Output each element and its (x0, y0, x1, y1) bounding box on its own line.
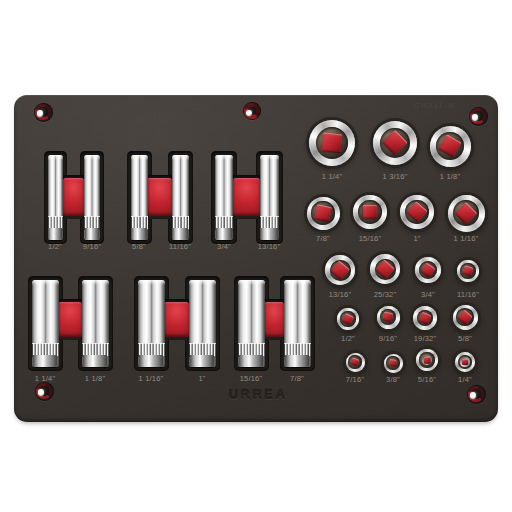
size-label: 15/16" (359, 235, 382, 243)
socket-top-view (307, 197, 340, 230)
socket-drive-end (139, 355, 163, 367)
size-label: 11/16" (457, 291, 479, 299)
red-connector (147, 178, 172, 216)
mounting-hole (34, 103, 53, 122)
product-photo: CH211-M URREA 1/2"9/16"5/8"11/16"3/4"13/… (0, 0, 512, 512)
size-label: 15/16" (240, 375, 263, 383)
size-label: 13/16" (329, 291, 352, 299)
size-label: 25/32" (374, 291, 397, 299)
size-label: 13/16" (258, 243, 281, 251)
size-label: 7/16" (346, 376, 364, 384)
deep-socket (32, 280, 59, 367)
socket-top-view (455, 352, 475, 372)
size-label: 1" (198, 375, 205, 383)
size-label: 1/2" (341, 335, 355, 343)
size-label: 1/4" (458, 376, 472, 384)
drive-square-red (363, 205, 377, 219)
socket-top-view (309, 120, 355, 166)
socket-top-view (384, 354, 403, 373)
red-connector (63, 178, 84, 216)
socket-top-view (413, 306, 437, 330)
socket-drive-end (190, 355, 214, 367)
deep-socket (82, 280, 109, 367)
red-connector (264, 302, 284, 337)
deep-socket (84, 155, 100, 240)
size-label: 11/16" (169, 243, 191, 251)
tray: CH211-M URREA 1/2"9/16"5/8"11/16"3/4"13/… (14, 95, 498, 422)
socket-top-view (448, 195, 485, 232)
size-label: 3/8" (386, 376, 400, 384)
deep-socket (260, 155, 279, 240)
socket-drive-end (131, 228, 146, 240)
socket-top-view (416, 349, 438, 371)
drive-square-red (314, 204, 332, 222)
socket-drive-end (85, 228, 99, 240)
size-label: 7/8" (290, 375, 304, 383)
size-label: 5/8" (458, 335, 472, 343)
deep-socket (172, 155, 189, 240)
socket-top-view (373, 121, 417, 165)
deep-socket (238, 280, 265, 367)
deep-socket (189, 280, 216, 367)
brand-embossed-label: URREA (229, 387, 288, 402)
size-label: 1 3/16" (383, 173, 408, 181)
drive-square-red (389, 359, 397, 367)
drive-square-red (462, 359, 468, 365)
size-label: 1" (413, 235, 420, 243)
socket-top-view (457, 260, 479, 282)
mounting-hole (469, 107, 488, 126)
socket-drive-end (172, 228, 187, 240)
mounting-hole (467, 385, 486, 404)
red-connector (233, 178, 260, 216)
size-label: 7/8" (316, 235, 330, 243)
size-label: 1 1/4" (322, 173, 343, 181)
socket-drive-end (33, 355, 57, 367)
socket-top-view (370, 254, 400, 284)
drive-square-red (321, 132, 342, 153)
socket-top-view (325, 255, 355, 285)
socket-drive-end (239, 355, 263, 367)
size-label: 1 1/16" (454, 235, 479, 243)
deep-socket (138, 280, 165, 367)
socket-drive-end (83, 355, 107, 367)
socket-top-view (353, 195, 387, 229)
red-connector (58, 302, 82, 337)
size-label: 3/4" (217, 243, 231, 251)
socket-top-view (346, 353, 365, 372)
size-label: 5/8" (132, 243, 146, 251)
deep-socket (215, 155, 233, 240)
mounting-hole (243, 102, 261, 120)
socket-drive-end (216, 228, 232, 240)
size-label: 5/16" (418, 376, 436, 384)
part-number-label: CH211-M (414, 101, 456, 110)
size-label: 1 1/8" (85, 375, 106, 383)
deep-socket (284, 280, 311, 367)
size-label: 9/16" (379, 335, 397, 343)
socket-top-view (415, 257, 441, 283)
socket-top-view (453, 305, 478, 330)
size-label: 1 1/4" (35, 375, 56, 383)
socket-top-view (377, 306, 400, 329)
size-label: 9/16" (83, 243, 101, 251)
size-label: 3/4" (421, 291, 435, 299)
socket-top-view (430, 126, 471, 167)
deep-socket (131, 155, 148, 240)
socket-drive-end (48, 228, 62, 240)
socket-top-view (337, 308, 359, 330)
size-label: 1 1/16" (139, 375, 164, 383)
drive-square-red (424, 357, 431, 364)
mounting-hole (35, 382, 54, 401)
socket-top-view (400, 195, 434, 229)
size-label: 19/32" (414, 335, 437, 343)
size-label: 1 1/8" (440, 173, 461, 181)
socket-drive-end (285, 355, 309, 367)
socket-drive-end (260, 228, 277, 240)
size-label: 1/2" (48, 243, 62, 251)
red-connector (164, 302, 189, 337)
deep-socket (48, 155, 63, 240)
